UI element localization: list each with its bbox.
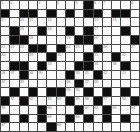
white-cell[interactable] [121,106,129,114]
clue-number: 4 [57,1,59,5]
black-cell [94,10,102,18]
white-cell[interactable]: 51 [10,97,18,105]
white-cell[interactable]: 2 [10,1,18,9]
white-cell[interactable]: 56 [84,97,92,105]
white-cell[interactable]: 34 [94,62,102,70]
white-cell[interactable]: 23 [20,45,28,53]
black-cell [66,115,74,123]
white-cell[interactable] [57,71,65,79]
white-cell[interactable] [20,123,28,131]
white-cell[interactable] [103,123,111,131]
white-cell[interactable] [66,18,74,26]
white-cell[interactable]: 13 [94,18,102,26]
white-cell[interactable]: 68 [57,123,65,131]
black-cell [38,106,46,114]
clue-number: 42 [103,71,107,75]
white-cell[interactable]: 29 [29,53,37,61]
white-cell[interactable] [131,80,139,88]
white-cell[interactable]: 43 [121,71,129,79]
clue-number: 34 [94,62,98,66]
white-cell[interactable]: 59 [1,106,9,114]
black-cell [66,71,74,79]
white-cell[interactable]: 64 [131,106,139,114]
black-cell [75,36,83,44]
white-cell[interactable]: 44 [1,80,9,88]
white-cell[interactable] [47,1,55,9]
white-cell[interactable] [57,106,65,114]
white-cell[interactable]: 6 [94,1,102,9]
white-cell[interactable]: 3 [38,1,46,9]
clue-number: 22 [10,45,14,49]
white-cell[interactable]: 67 [1,123,9,131]
black-cell [38,27,46,35]
clue-number: 15 [20,27,24,31]
white-cell[interactable] [103,53,111,61]
white-cell[interactable] [121,1,129,9]
black-cell [121,88,129,96]
white-cell[interactable] [20,106,28,114]
clue-number: 64 [131,106,135,110]
white-cell[interactable] [57,27,65,35]
white-cell[interactable]: 19 [66,36,74,44]
white-cell[interactable]: 37 [10,71,18,79]
white-cell[interactable]: 14 [112,18,120,26]
clue-number: 38 [29,71,33,75]
white-cell[interactable]: 31 [94,53,102,61]
black-cell [47,10,55,18]
white-cell[interactable] [10,10,18,18]
white-cell[interactable] [20,1,28,9]
white-cell[interactable] [131,115,139,123]
black-cell [29,10,37,18]
black-cell [131,97,139,105]
white-cell[interactable]: 36 [1,71,9,79]
white-cell[interactable]: 55 [75,97,83,105]
white-cell[interactable]: 25 [75,45,83,53]
black-cell [1,97,9,105]
white-cell[interactable] [84,123,92,131]
clue-number: 52 [29,97,33,101]
white-cell[interactable] [66,106,74,114]
white-cell[interactable]: 8 [131,1,139,9]
white-cell[interactable] [75,27,83,35]
white-cell[interactable] [38,97,46,105]
white-cell[interactable]: 28 [1,53,9,61]
white-cell[interactable] [66,53,74,61]
white-cell[interactable]: 30 [57,53,65,61]
white-cell[interactable]: 46 [66,80,74,88]
black-cell [66,97,74,105]
white-cell[interactable]: 15 [20,27,28,35]
white-cell[interactable] [57,36,65,44]
white-cell[interactable]: 17 [94,27,102,35]
white-cell[interactable]: 39 [38,71,46,79]
black-cell [121,27,129,35]
white-cell[interactable] [121,18,129,26]
white-cell[interactable] [38,36,46,44]
white-cell[interactable] [103,10,111,18]
clue-number: 24 [66,45,70,49]
white-cell[interactable] [29,27,37,35]
white-cell[interactable]: 24 [66,45,74,53]
white-cell[interactable]: 38 [29,71,37,79]
clue-number: 41 [84,71,88,75]
white-cell[interactable] [66,62,74,70]
black-cell [57,45,65,53]
white-cell[interactable] [57,62,65,70]
white-cell[interactable] [103,27,111,35]
clue-number: 29 [29,53,33,57]
white-cell[interactable]: 33 [47,62,55,70]
white-cell[interactable] [75,10,83,18]
black-cell [94,97,102,105]
white-cell[interactable]: 60 [47,106,55,114]
clue-number: 65 [47,115,51,119]
white-cell[interactable] [38,80,46,88]
white-cell[interactable]: 63 [112,106,120,114]
white-cell[interactable]: 52 [29,97,37,105]
clue-number: 66 [75,115,79,119]
black-cell [103,115,111,123]
white-cell[interactable]: 50 [75,88,83,96]
white-cell[interactable]: 61 [84,106,92,114]
white-cell[interactable] [112,97,120,105]
black-cell [38,62,46,70]
white-cell[interactable] [10,18,18,26]
white-cell[interactable]: 41 [84,71,92,79]
white-cell[interactable] [75,123,83,131]
clue-number: 56 [84,97,88,101]
clue-number: 50 [75,88,79,92]
white-cell[interactable] [121,123,129,131]
white-cell[interactable] [94,88,102,96]
black-cell [103,106,111,114]
clue-number: 2 [10,1,12,5]
black-cell [20,115,28,123]
white-cell[interactable] [10,115,18,123]
white-cell[interactable] [131,123,139,131]
clue-number: 67 [1,123,5,127]
black-cell [10,88,18,96]
white-cell[interactable] [94,123,102,131]
white-cell[interactable] [103,80,111,88]
white-cell[interactable] [47,80,55,88]
clue-number: 31 [94,53,98,57]
clue-number: 51 [10,97,14,101]
black-cell [112,53,120,61]
black-cell [47,88,55,96]
white-cell[interactable]: 1 [1,1,9,9]
white-cell[interactable]: 20 [94,36,102,44]
white-cell[interactable] [38,88,46,96]
clue-number: 3 [38,1,40,5]
white-cell[interactable]: 16 [47,27,55,35]
white-cell[interactable] [57,18,65,26]
white-cell[interactable]: 49 [66,88,74,96]
clue-number: 43 [121,71,125,75]
black-cell [94,45,102,53]
clue-number: 25 [75,45,79,49]
black-cell [38,45,46,53]
white-cell[interactable]: 35 [112,62,120,70]
white-cell[interactable] [112,36,120,44]
white-cell[interactable] [75,53,83,61]
clue-number: 16 [47,27,51,31]
clue-number: 60 [47,106,51,110]
white-cell[interactable] [112,1,120,9]
white-cell[interactable] [121,80,129,88]
white-cell[interactable]: 62 [94,106,102,114]
white-cell[interactable] [112,80,120,88]
white-cell[interactable] [66,1,74,9]
clue-number: 55 [75,97,79,101]
clue-number: 48 [94,80,98,84]
black-cell [75,80,83,88]
white-cell[interactable]: 9 [1,18,9,26]
white-cell[interactable] [131,27,139,35]
white-cell[interactable] [131,62,139,70]
black-cell [84,115,92,123]
clue-number: 39 [38,71,42,75]
white-cell[interactable] [1,88,9,96]
white-cell[interactable]: 21 [1,45,9,53]
black-cell [84,36,92,44]
clue-number: 11 [29,18,33,22]
clue-number: 30 [57,53,61,57]
black-cell [75,62,83,70]
white-cell[interactable] [29,1,37,9]
white-cell[interactable] [131,71,139,79]
white-cell[interactable] [1,27,9,35]
black-cell [20,71,28,79]
white-cell[interactable] [112,88,120,96]
white-cell[interactable] [57,10,65,18]
crossword-board: 1234567891011121314151617181920212223242… [0,0,140,132]
clue-number: 37 [10,71,14,75]
white-cell[interactable] [103,36,111,44]
white-cell[interactable]: 40 [75,71,83,79]
clue-number: 35 [112,62,116,66]
white-cell[interactable]: 12 [47,18,55,26]
black-cell [66,10,74,18]
white-cell[interactable] [29,62,37,70]
white-cell[interactable] [47,36,55,44]
white-cell[interactable]: 7 [103,1,111,9]
clue-number: 44 [1,80,5,84]
clue-number: 46 [66,80,70,84]
clue-number: 20 [94,36,98,40]
white-cell[interactable] [29,80,37,88]
clue-number: 5 [75,1,77,5]
white-cell[interactable]: 4 [57,1,65,9]
white-cell[interactable] [20,53,28,61]
black-cell [20,36,28,44]
white-cell[interactable] [112,45,120,53]
white-cell[interactable]: 10 [20,18,28,26]
white-cell[interactable] [103,62,111,70]
white-cell[interactable] [10,80,18,88]
black-cell [121,115,129,123]
white-cell[interactable] [1,62,9,70]
white-cell[interactable] [38,123,46,131]
white-cell[interactable]: 26 [103,45,111,53]
black-cell [20,62,28,70]
black-cell [10,62,18,70]
clue-number: 47 [84,80,88,84]
clue-number: 53 [47,97,51,101]
clue-number: 14 [112,18,116,22]
clue-number: 54 [57,97,61,101]
white-cell[interactable]: 11 [29,18,37,26]
black-cell [94,71,102,79]
clue-number: 40 [75,71,79,75]
black-cell [29,88,37,96]
clue-number: 8 [131,1,133,5]
black-cell [20,10,28,18]
clue-number: 19 [66,36,70,40]
white-cell[interactable]: 57 [103,97,111,105]
white-cell[interactable] [1,36,9,44]
clue-number: 33 [47,62,51,66]
clue-number: 27 [131,45,135,49]
white-cell[interactable] [47,71,55,79]
white-cell[interactable] [112,123,120,131]
black-cell [84,53,92,61]
white-cell[interactable]: 18 [29,36,37,44]
white-cell[interactable] [29,115,37,123]
white-cell[interactable]: 66 [75,115,83,123]
clue-number: 17 [94,27,98,31]
white-cell[interactable] [10,123,18,131]
white-cell[interactable] [10,106,18,114]
white-cell[interactable] [84,45,92,53]
black-cell [1,115,9,123]
white-cell[interactable]: 32 [121,53,129,61]
white-cell[interactable] [38,10,46,18]
clue-number: 62 [94,106,98,110]
white-cell[interactable] [112,115,120,123]
white-cell[interactable] [121,45,129,53]
clue-number: 9 [1,18,3,22]
black-cell [84,27,92,35]
black-cell [29,45,37,53]
clue-number: 6 [94,1,96,5]
white-cell[interactable] [57,115,65,123]
clue-number: 13 [94,18,98,22]
white-cell[interactable]: 65 [47,115,55,123]
black-cell [121,62,129,70]
clue-number: 61 [84,106,88,110]
white-cell[interactable] [38,53,46,61]
white-cell[interactable] [131,88,139,96]
clue-number: 1 [1,1,3,5]
black-cell [75,106,83,114]
black-cell [84,88,92,96]
clue-number: 63 [112,106,116,110]
white-cell[interactable] [121,36,129,44]
clue-number: 59 [1,106,5,110]
black-cell [47,53,55,61]
black-cell [38,115,46,123]
white-cell[interactable] [75,18,83,26]
black-cell [121,10,129,18]
black-cell [131,36,139,44]
clue-number: 12 [47,18,51,22]
white-cell[interactable]: 48 [94,80,102,88]
clue-number: 57 [103,97,107,101]
white-cell[interactable] [38,18,46,26]
clue-number: 36 [1,71,5,75]
white-cell[interactable]: 27 [131,45,139,53]
black-cell [84,62,92,70]
white-cell[interactable] [57,80,65,88]
clue-number: 21 [1,45,5,49]
white-cell[interactable]: 42 [103,71,111,79]
clue-number: 68 [57,123,61,127]
black-cell [1,10,9,18]
white-cell[interactable] [29,123,37,131]
black-cell [47,123,55,131]
white-cell[interactable] [112,71,120,79]
white-cell[interactable]: 5 [75,1,83,9]
clue-number: 18 [29,36,33,40]
clue-number: 10 [20,18,24,22]
white-cell[interactable] [103,18,111,26]
white-cell[interactable] [84,18,92,26]
black-cell [10,36,18,44]
black-cell [103,88,111,96]
clue-number: 58 [121,97,125,101]
white-cell[interactable] [112,27,120,35]
white-cell[interactable]: 53 [47,97,55,105]
white-cell[interactable] [10,53,18,61]
black-cell [84,10,92,18]
black-cell [66,27,74,35]
clue-number: 45 [20,80,24,84]
white-cell[interactable] [131,53,139,61]
white-cell[interactable] [29,106,37,114]
clue-number: 26 [103,45,107,49]
white-cell[interactable]: 58 [121,97,129,105]
white-cell[interactable]: 54 [57,97,65,105]
clue-number: 28 [1,53,5,57]
white-cell[interactable]: 45 [20,80,28,88]
white-cell[interactable] [47,45,55,53]
black-cell [20,97,28,105]
clue-number: 23 [20,45,24,49]
white-cell[interactable] [94,115,102,123]
black-cell [10,27,18,35]
black-cell [57,88,65,96]
clue-number: 32 [121,53,125,57]
white-cell[interactable] [66,123,74,131]
white-cell[interactable] [131,18,139,26]
black-cell [84,1,92,9]
white-cell[interactable] [20,88,28,96]
clue-number: 7 [103,1,105,5]
white-cell[interactable] [131,10,139,18]
clue-number: 49 [66,88,70,92]
white-cell[interactable]: 47 [84,80,92,88]
white-cell[interactable]: 22 [10,45,18,53]
black-cell [112,10,120,18]
